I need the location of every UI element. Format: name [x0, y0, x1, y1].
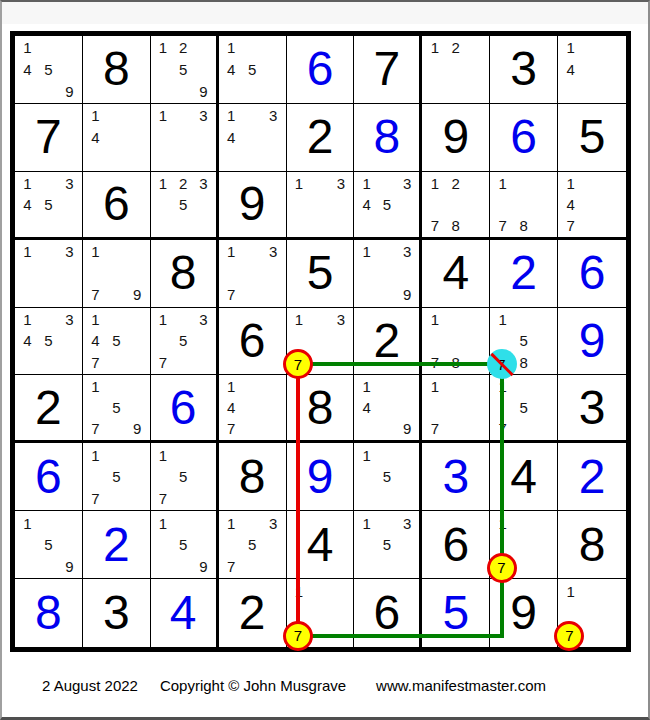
pencil-slot-9 [127, 488, 148, 510]
pencil-slot-2 [106, 444, 127, 466]
pencil-slot-3 [466, 37, 487, 59]
pencil-slot-4 [17, 262, 38, 284]
pencil-slot-8: 8 [513, 215, 534, 236]
solved-digit: 6 [15, 443, 82, 510]
pencil-slot-2: 2 [173, 173, 193, 194]
pencil-slot-5 [106, 127, 127, 149]
pencil-slot-4 [153, 466, 173, 488]
pencil-slot-9 [263, 80, 284, 102]
pencil-slot-5: 5 [513, 397, 534, 418]
pencil-slot-6 [59, 534, 80, 556]
pencil-slot-8 [242, 80, 263, 102]
pencil-slot-9 [466, 352, 487, 374]
cell-r6c3: 6 [151, 375, 219, 443]
given-digit: 6 [219, 308, 286, 375]
pencil-slot-3 [127, 376, 148, 397]
pencil-slot-3 [397, 444, 417, 466]
pencil-slot-9 [330, 215, 351, 236]
pencil-marks: 179 [85, 241, 148, 306]
pencil-slot-8 [377, 488, 397, 510]
pencil-marks: 13 [153, 105, 214, 170]
pencil-slot-8 [106, 418, 127, 439]
cell-r9c2: 3 [83, 579, 151, 647]
pencil-marks: 149 [356, 376, 417, 439]
pencil-marks: 145 [221, 37, 284, 102]
pencil-slot-3 [59, 512, 80, 534]
pencil-slot-3 [603, 37, 624, 59]
pencil-marks: 1278 [424, 173, 487, 236]
pencil-slot-5 [242, 127, 263, 149]
cell-r2c8: 6 [490, 104, 558, 172]
pencil-slot-8 [106, 352, 127, 374]
pencil-slot-8 [173, 352, 193, 374]
pencil-slot-6 [397, 194, 417, 215]
pencil-slot-6 [397, 262, 417, 284]
pencil-slot-4: 4 [221, 59, 242, 81]
pencil-slot-6 [263, 262, 284, 284]
cell-r9c1: 8 [15, 579, 83, 647]
pencil-slot-8 [38, 215, 59, 236]
cell-r8c8: 1 [490, 511, 558, 579]
cell-r8c9: 8 [558, 511, 626, 579]
pencil-slot-2 [445, 376, 466, 397]
pencil-slot-9 [534, 555, 555, 577]
pencil-slot-6 [603, 602, 624, 624]
given-digit: 2 [219, 579, 286, 647]
pencil-slot-7 [492, 555, 513, 577]
pencil-slot-3 [193, 444, 213, 466]
pencil-slot-8 [242, 148, 263, 170]
pencil-marks: 1459 [17, 37, 80, 102]
solved-digit: 6 [287, 36, 354, 103]
pencil-slot-7 [153, 80, 173, 102]
pencil-marks: 139 [356, 241, 417, 306]
pencil-slot-6 [193, 59, 213, 81]
pencil-slot-7: 7 [85, 488, 106, 510]
pencil-slot-1: 1 [221, 37, 242, 59]
pencil-slot-8 [377, 284, 397, 306]
cell-r6c5: 8 [287, 375, 355, 443]
pencil-slot-1: 1 [560, 173, 581, 194]
cell-r3c4: 9 [219, 172, 287, 240]
cell-r2c3: 13 [151, 104, 219, 172]
sudoku-board: 1459812591456712314714131342896513456123… [10, 31, 631, 652]
pencil-slot-5: 5 [377, 534, 397, 556]
cell-r8c5: 4 [287, 511, 355, 579]
solved-digit: 6 [151, 375, 216, 440]
pencil-slot-6 [466, 59, 487, 81]
pencil-slot-6 [397, 397, 417, 418]
pencil-slot-2 [513, 376, 534, 397]
pencil-marks: 1259 [153, 37, 214, 102]
pencil-slot-7 [17, 215, 38, 236]
cell-r6c2: 1579 [83, 375, 151, 443]
pencil-slot-7 [356, 418, 376, 439]
pencil-slot-2 [242, 376, 263, 397]
pencil-slot-5: 5 [377, 466, 397, 488]
pencil-slot-3 [397, 376, 417, 397]
pencil-slot-9 [534, 352, 555, 374]
pencil-slot-6 [534, 397, 555, 418]
given-digit: 5 [558, 104, 626, 171]
pencil-slot-6 [330, 330, 351, 352]
pencil-slot-6 [330, 194, 351, 215]
given-digit: 3 [490, 36, 557, 103]
pencil-slot-5 [581, 59, 602, 81]
pencil-slot-1: 1 [492, 173, 513, 194]
pencil-slot-8 [377, 418, 397, 439]
pencil-slot-7: 7 [153, 488, 173, 510]
pencil-slot-2 [310, 309, 331, 331]
pencil-slot-6 [263, 127, 284, 149]
pencil-slot-7 [560, 80, 581, 102]
pencil-slot-7 [221, 80, 242, 102]
solved-digit: 8 [15, 579, 82, 647]
pencil-marks: 14 [85, 105, 148, 170]
cell-r4c1: 13 [15, 240, 83, 308]
pencil-slot-4: 4 [17, 194, 38, 215]
pencil-slot-6 [193, 534, 213, 556]
pencil-slot-9 [59, 284, 80, 306]
pencil-slot-4: 4 [17, 330, 38, 352]
pencil-slot-1: 1 [356, 512, 376, 534]
cell-r1c3: 1259 [151, 36, 219, 104]
pencil-slot-8 [513, 555, 534, 577]
pencil-slot-9 [59, 215, 80, 236]
pencil-slot-9: 9 [397, 284, 417, 306]
pencil-slot-9 [193, 352, 213, 374]
pencil-marks: 1 [289, 580, 352, 646]
pencil-slot-9: 9 [193, 555, 213, 577]
cell-r9c7: 5 [422, 579, 490, 647]
solved-digit: 2 [83, 511, 150, 578]
pencil-slot-2 [310, 173, 331, 194]
footer: 2 August 2022Copyright © John Musgraveww… [42, 677, 546, 694]
pencil-slot-5: 5 [173, 194, 193, 215]
cell-r9c3: 4 [151, 579, 219, 647]
pencil-marks: 157 [85, 444, 148, 509]
pencil-slot-5 [106, 262, 127, 284]
pencil-slot-6 [534, 194, 555, 215]
pencil-slot-9 [193, 148, 213, 170]
pencil-slot-7: 7 [221, 284, 242, 306]
pencil-slot-2 [106, 105, 127, 127]
pencil-slot-1: 1 [85, 444, 106, 466]
pencil-slot-7: 7 [85, 418, 106, 439]
pencil-slot-1: 1 [221, 241, 242, 263]
pencil-slot-8 [38, 284, 59, 306]
pencil-slot-2: 2 [445, 173, 466, 194]
pencil-marks: 157 [492, 376, 555, 439]
pencil-slot-5: 5 [242, 534, 263, 556]
pencil-slot-4 [85, 262, 106, 284]
pencil-slot-4: 4 [560, 194, 581, 215]
pencil-slot-3 [127, 105, 148, 127]
pencil-slot-3 [466, 309, 487, 331]
pencil-slot-7 [17, 352, 38, 374]
pencil-slot-8 [38, 80, 59, 102]
pencil-slot-1: 1 [356, 444, 376, 466]
cell-r7c6: 15 [354, 443, 422, 511]
cell-r7c2: 157 [83, 443, 151, 511]
cell-r4c2: 179 [83, 240, 151, 308]
cell-r3c9: 147 [558, 172, 626, 240]
pencil-slot-9 [330, 352, 351, 374]
given-digit: 4 [490, 443, 557, 510]
pencil-marks: 137 [221, 241, 284, 306]
pencil-slot-1: 1 [424, 309, 445, 331]
pencil-slot-4 [356, 262, 376, 284]
pencil-slot-9: 9 [127, 418, 148, 439]
cell-r1c8: 3 [490, 36, 558, 104]
pencil-slot-7 [17, 80, 38, 102]
pencil-slot-5: 5 [38, 194, 59, 215]
pencil-slot-4: 4 [560, 59, 581, 81]
pencil-slot-2 [38, 173, 59, 194]
pencil-slot-7 [289, 215, 310, 236]
pencil-slot-3 [127, 309, 148, 331]
pencil-slot-7 [17, 284, 38, 306]
pencil-slot-4 [153, 330, 173, 352]
pencil-slot-9: 9 [127, 284, 148, 306]
pencil-marks: 13 [289, 309, 352, 374]
cell-r4c5: 5 [287, 240, 355, 308]
pencil-slot-3: 3 [263, 512, 284, 534]
cell-r1c5: 6 [287, 36, 355, 104]
solved-digit: 9 [287, 443, 354, 510]
pencil-slot-4 [492, 397, 513, 418]
pencil-slot-3: 3 [397, 241, 417, 263]
pencil-slot-9 [263, 418, 284, 439]
pencil-slot-3: 3 [193, 105, 213, 127]
pencil-slot-4: 4 [85, 330, 106, 352]
pencil-marks: 135 [356, 512, 417, 577]
pencil-slot-4: 4 [356, 194, 376, 215]
cell-r3c7: 1278 [422, 172, 490, 240]
pencil-slot-8 [581, 80, 602, 102]
pencil-slot-5 [310, 602, 331, 624]
pencil-slot-5 [310, 194, 331, 215]
pencil-slot-5: 5 [38, 330, 59, 352]
pencil-slot-8 [581, 215, 602, 236]
pencil-slot-2 [377, 512, 397, 534]
cell-r6c6: 149 [354, 375, 422, 443]
pencil-slot-7 [356, 284, 376, 306]
pencil-slot-2 [581, 37, 602, 59]
pencil-slot-6 [59, 330, 80, 352]
pencil-slot-3: 3 [193, 173, 213, 194]
pencil-slot-5 [445, 330, 466, 352]
pencil-slot-3 [534, 376, 555, 397]
pencil-slot-8 [377, 555, 397, 577]
pencil-slot-2 [581, 173, 602, 194]
pencil-slot-1: 1 [153, 173, 173, 194]
pencil-slot-9 [59, 352, 80, 374]
pencil-slot-6 [466, 330, 487, 352]
pencil-slot-6 [127, 330, 148, 352]
pencil-slot-4: 4 [85, 127, 106, 149]
pencil-slot-2 [106, 241, 127, 263]
pencil-slot-1: 1 [153, 37, 173, 59]
cell-r2c4: 134 [219, 104, 287, 172]
pencil-slot-5: 5 [173, 466, 193, 488]
pencil-slot-2 [242, 512, 263, 534]
solved-digit: 6 [558, 240, 626, 307]
pencil-slot-3 [603, 173, 624, 194]
pencil-slot-3 [193, 512, 213, 534]
pencil-slot-4: 4 [356, 397, 376, 418]
pencil-slot-2 [377, 376, 397, 397]
pencil-slot-3 [127, 241, 148, 263]
pencil-slot-4 [221, 534, 242, 556]
cell-r7c8: 4 [490, 443, 558, 511]
pencil-slot-6 [263, 534, 284, 556]
cell-r9c8: 9 [490, 579, 558, 647]
given-digit: 5 [287, 240, 354, 307]
pencil-slot-8 [581, 624, 602, 646]
pencil-slot-4 [289, 330, 310, 352]
pencil-slot-4 [17, 534, 38, 556]
pencil-slot-7: 7 [492, 418, 513, 439]
pencil-slot-5 [513, 534, 534, 556]
pencil-slot-1: 1 [221, 512, 242, 534]
pencil-slot-9 [127, 352, 148, 374]
pencil-slot-2 [242, 105, 263, 127]
pencil-slot-1: 1 [85, 376, 106, 397]
pencil-slot-6 [397, 534, 417, 556]
pencil-slot-1: 1 [153, 309, 173, 331]
pencil-slot-5 [377, 397, 397, 418]
pencil-slot-9 [397, 215, 417, 236]
pencil-slot-8 [106, 284, 127, 306]
pencil-slot-3 [263, 37, 284, 59]
pencil-slot-9 [466, 418, 487, 439]
pencil-slot-4: 4 [221, 397, 242, 418]
pencil-slot-5 [445, 194, 466, 215]
pencil-slot-3: 3 [397, 512, 417, 534]
solved-digit: 3 [422, 443, 489, 510]
given-digit: 8 [558, 511, 626, 578]
pencil-slot-1: 1 [560, 37, 581, 59]
pencil-slot-8 [173, 215, 193, 236]
pencil-slot-1: 1 [492, 376, 513, 397]
pencil-slot-6 [127, 397, 148, 418]
pencil-slot-6 [534, 534, 555, 556]
cell-r3c5: 13 [287, 172, 355, 240]
pencil-slot-7: 7 [424, 352, 445, 374]
pencil-slot-7: 7 [85, 284, 106, 306]
pencil-slot-5 [38, 262, 59, 284]
pencil-slot-9 [127, 148, 148, 170]
pencil-marks: 1 [560, 580, 624, 646]
pencil-slot-5: 5 [173, 330, 193, 352]
pencil-marks: 158 [492, 309, 555, 374]
pencil-slot-5 [445, 397, 466, 418]
cell-r4c9: 6 [558, 240, 626, 308]
cell-r2c7: 9 [422, 104, 490, 172]
footer-date: 2 August 2022 [42, 677, 138, 694]
pencil-slot-1: 1 [356, 241, 376, 263]
pencil-slot-8 [38, 555, 59, 577]
pencil-slot-2 [242, 37, 263, 59]
given-digit: 4 [422, 240, 489, 307]
pencil-slot-9 [397, 488, 417, 510]
cell-r1c1: 1459 [15, 36, 83, 104]
cell-r8c1: 159 [15, 511, 83, 579]
pencil-slot-7: 7 [424, 418, 445, 439]
pencil-slot-7 [560, 624, 581, 646]
pencil-slot-8 [173, 555, 193, 577]
cell-r2c1: 7 [15, 104, 83, 172]
pencil-slot-7: 7 [221, 418, 242, 439]
pencil-slot-1: 1 [17, 309, 38, 331]
pencil-slot-7: 7 [424, 215, 445, 236]
pencil-marks: 1579 [85, 376, 148, 439]
cell-r3c3: 1235 [151, 172, 219, 240]
pencil-slot-7 [356, 488, 376, 510]
pencil-slot-4 [492, 330, 513, 352]
given-digit: 9 [490, 579, 557, 647]
pencil-slot-8 [106, 148, 127, 170]
solved-digit: 9 [558, 308, 626, 375]
pencil-slot-7: 7 [221, 555, 242, 577]
pencil-slot-8 [445, 418, 466, 439]
pencil-slot-9: 9 [193, 80, 213, 102]
cell-r8c6: 135 [354, 511, 422, 579]
pencil-slot-7: 7 [85, 352, 106, 374]
pencil-slot-9 [466, 215, 487, 236]
pencil-slot-4 [153, 194, 173, 215]
cell-r9c9: 1 [558, 579, 626, 647]
cell-r4c6: 139 [354, 240, 422, 308]
given-digit: 6 [354, 579, 419, 647]
pencil-slot-2 [173, 309, 193, 331]
pencil-slot-1: 1 [85, 105, 106, 127]
given-digit: 2 [287, 104, 354, 171]
pencil-slot-1: 1 [17, 241, 38, 263]
cell-r2c6: 8 [354, 104, 422, 172]
pencil-slot-4 [424, 59, 445, 81]
cell-r4c8: 2 [490, 240, 558, 308]
pencil-slot-2 [106, 376, 127, 397]
cell-r8c4: 1357 [219, 511, 287, 579]
footer-website-link[interactable]: www.manifestmaster.com [376, 677, 546, 694]
pencil-marks: 13 [289, 173, 352, 236]
cell-r3c1: 1345 [15, 172, 83, 240]
solved-digit: 5 [422, 579, 489, 647]
pencil-slot-4 [153, 127, 173, 149]
given-digit: 8 [83, 36, 150, 103]
cell-r7c7: 3 [422, 443, 490, 511]
given-digit: 9 [219, 172, 286, 237]
pencil-slot-5: 5 [106, 397, 127, 418]
given-digit: 6 [422, 511, 489, 578]
pencil-slot-4 [424, 397, 445, 418]
pencil-slot-3: 3 [59, 173, 80, 194]
pencil-slot-7 [492, 352, 513, 374]
pencil-slot-8: 8 [445, 352, 466, 374]
pencil-slot-1: 1 [221, 376, 242, 397]
cell-r6c4: 147 [219, 375, 287, 443]
pencil-marks: 1 [492, 512, 555, 577]
pencil-slot-5 [581, 194, 602, 215]
pencil-slot-5: 5 [106, 466, 127, 488]
pencil-slot-5: 5 [377, 194, 397, 215]
pencil-slot-1: 1 [356, 173, 376, 194]
pencil-slot-6 [263, 59, 284, 81]
pencil-slot-1: 1 [289, 580, 310, 602]
cell-r3c2: 6 [83, 172, 151, 240]
